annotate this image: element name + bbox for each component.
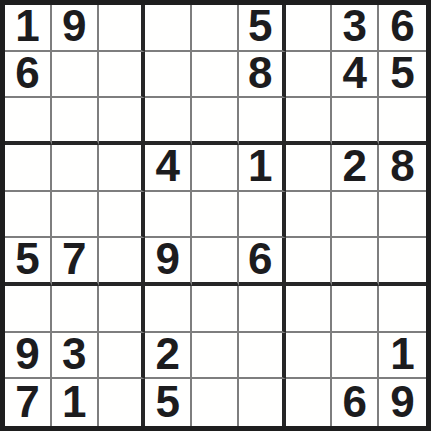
cell-r9c6[interactable] bbox=[239, 379, 286, 426]
cell-r4c8[interactable]: 2 bbox=[332, 145, 379, 192]
cell-r5c2[interactable] bbox=[52, 192, 99, 239]
cell-r9c7[interactable] bbox=[286, 379, 333, 426]
cell-r9c9[interactable]: 9 bbox=[379, 379, 426, 426]
cell-r1c8[interactable]: 3 bbox=[332, 5, 379, 52]
cell-r2c4[interactable] bbox=[145, 52, 192, 99]
cell-r8c6[interactable] bbox=[239, 333, 286, 380]
cell-r8c1[interactable]: 9 bbox=[5, 333, 52, 380]
cell-r5c6[interactable] bbox=[239, 192, 286, 239]
cell-r9c2[interactable]: 1 bbox=[52, 379, 99, 426]
cell-r4c7[interactable] bbox=[286, 145, 333, 192]
cell-r2c9[interactable]: 5 bbox=[379, 52, 426, 99]
given-digit: 3 bbox=[62, 332, 86, 376]
cell-r7c4[interactable] bbox=[145, 286, 192, 333]
cell-r5c1[interactable] bbox=[5, 192, 52, 239]
sudoku-board: 19536684541285796932171569 bbox=[0, 0, 431, 431]
given-digit: 9 bbox=[155, 237, 179, 281]
cell-r6c9[interactable] bbox=[379, 238, 426, 286]
cell-r6c2[interactable]: 7 bbox=[52, 238, 99, 286]
cell-r2c8[interactable]: 4 bbox=[332, 52, 379, 99]
given-digit: 6 bbox=[390, 4, 414, 48]
cell-r8c5[interactable] bbox=[192, 333, 239, 380]
cell-r3c4[interactable] bbox=[145, 98, 192, 145]
cell-r3c1[interactable] bbox=[5, 98, 52, 145]
given-digit: 5 bbox=[390, 51, 414, 95]
cell-r1c3[interactable] bbox=[99, 5, 146, 52]
cell-r9c1[interactable]: 7 bbox=[5, 379, 52, 426]
cell-r8c4[interactable]: 2 bbox=[145, 333, 192, 380]
cell-r1c2[interactable]: 9 bbox=[52, 5, 99, 52]
cell-r4c5[interactable] bbox=[192, 145, 239, 192]
given-digit: 7 bbox=[15, 380, 39, 424]
given-digit: 3 bbox=[343, 4, 367, 48]
cell-r8c9[interactable]: 1 bbox=[379, 333, 426, 380]
cell-r5c5[interactable] bbox=[192, 192, 239, 239]
cell-r7c2[interactable] bbox=[52, 286, 99, 333]
cell-r1c1[interactable]: 1 bbox=[5, 5, 52, 52]
cell-r8c3[interactable] bbox=[99, 333, 146, 380]
cell-r7c8[interactable] bbox=[332, 286, 379, 333]
cell-r4c1[interactable] bbox=[5, 145, 52, 192]
cell-r1c5[interactable] bbox=[192, 5, 239, 52]
given-digit: 1 bbox=[390, 332, 414, 376]
given-digit: 5 bbox=[248, 4, 272, 48]
cell-r3c3[interactable] bbox=[99, 98, 146, 145]
given-digit: 4 bbox=[343, 51, 367, 95]
cell-r4c2[interactable] bbox=[52, 145, 99, 192]
cell-r9c3[interactable] bbox=[99, 379, 146, 426]
cell-r5c3[interactable] bbox=[99, 192, 146, 239]
given-digit: 5 bbox=[155, 380, 179, 424]
cell-r2c1[interactable]: 6 bbox=[5, 52, 52, 99]
cell-r5c7[interactable] bbox=[286, 192, 333, 239]
cell-r1c7[interactable] bbox=[286, 5, 333, 52]
given-digit: 9 bbox=[62, 4, 86, 48]
cell-r7c6[interactable] bbox=[239, 286, 286, 333]
given-digit: 8 bbox=[390, 144, 414, 188]
cell-r3c5[interactable] bbox=[192, 98, 239, 145]
cell-r4c3[interactable] bbox=[99, 145, 146, 192]
cell-r8c7[interactable] bbox=[286, 333, 333, 380]
given-digit: 1 bbox=[248, 144, 272, 188]
cell-r7c1[interactable] bbox=[5, 286, 52, 333]
cell-r3c6[interactable] bbox=[239, 98, 286, 145]
cell-r6c1[interactable]: 5 bbox=[5, 238, 52, 286]
given-digit: 2 bbox=[343, 144, 367, 188]
cell-r8c2[interactable]: 3 bbox=[52, 333, 99, 380]
cell-r5c8[interactable] bbox=[332, 192, 379, 239]
cell-r6c8[interactable] bbox=[332, 238, 379, 286]
given-digit: 9 bbox=[15, 332, 39, 376]
cell-r9c5[interactable] bbox=[192, 379, 239, 426]
cell-r4c6[interactable]: 1 bbox=[239, 145, 286, 192]
cell-r7c3[interactable] bbox=[99, 286, 146, 333]
cell-r2c6[interactable]: 8 bbox=[239, 52, 286, 99]
cell-r6c5[interactable] bbox=[192, 238, 239, 286]
cell-r3c2[interactable] bbox=[52, 98, 99, 145]
cell-r3c7[interactable] bbox=[286, 98, 333, 145]
given-digit: 6 bbox=[15, 51, 39, 95]
cell-r4c4[interactable]: 4 bbox=[145, 145, 192, 192]
given-digit: 6 bbox=[343, 380, 367, 424]
given-digit: 1 bbox=[62, 380, 86, 424]
given-digit: 4 bbox=[155, 144, 179, 188]
given-digit: 5 bbox=[15, 237, 39, 281]
given-digit: 2 bbox=[155, 332, 179, 376]
given-digit: 6 bbox=[248, 237, 272, 281]
cell-r7c7[interactable] bbox=[286, 286, 333, 333]
cell-r1c9[interactable]: 6 bbox=[379, 5, 426, 52]
cell-r4c9[interactable]: 8 bbox=[379, 145, 426, 192]
cell-r5c4[interactable] bbox=[145, 192, 192, 239]
cell-r3c9[interactable] bbox=[379, 98, 426, 145]
cell-r1c4[interactable] bbox=[145, 5, 192, 52]
cell-r3c8[interactable] bbox=[332, 98, 379, 145]
cell-r6c7[interactable] bbox=[286, 238, 333, 286]
cell-r2c5[interactable] bbox=[192, 52, 239, 99]
cell-r9c8[interactable]: 6 bbox=[332, 379, 379, 426]
cell-r6c6[interactable]: 6 bbox=[239, 238, 286, 286]
cell-r6c4[interactable]: 9 bbox=[145, 238, 192, 286]
cell-r7c5[interactable] bbox=[192, 286, 239, 333]
cell-r2c2[interactable] bbox=[52, 52, 99, 99]
cell-r2c7[interactable] bbox=[286, 52, 333, 99]
cell-r5c9[interactable] bbox=[379, 192, 426, 239]
given-digit: 9 bbox=[390, 380, 414, 424]
given-digit: 7 bbox=[62, 237, 86, 281]
given-digit: 1 bbox=[15, 4, 39, 48]
cell-r6c3[interactable] bbox=[99, 238, 146, 286]
cell-r7c9[interactable] bbox=[379, 286, 426, 333]
cell-r1c6[interactable]: 5 bbox=[239, 5, 286, 52]
cell-r9c4[interactable]: 5 bbox=[145, 379, 192, 426]
given-digit: 8 bbox=[248, 51, 272, 95]
cell-r8c8[interactable] bbox=[332, 333, 379, 380]
cell-r2c3[interactable] bbox=[99, 52, 146, 99]
